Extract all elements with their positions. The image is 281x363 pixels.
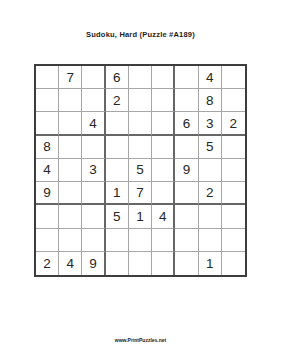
page-title: Sudoku, Hard (Puzzle #A189) bbox=[0, 30, 281, 39]
cell-r5c8 bbox=[199, 159, 222, 182]
cell-r2c3 bbox=[82, 89, 105, 112]
cell-r3c7: 6 bbox=[175, 112, 198, 135]
cell-r5c1: 4 bbox=[36, 159, 59, 182]
cell-r9c8: 1 bbox=[199, 252, 222, 275]
cell-r2c7 bbox=[175, 89, 198, 112]
cell-r8c9 bbox=[222, 229, 245, 252]
cell-r6c6 bbox=[152, 182, 175, 205]
cell-r6c7 bbox=[175, 182, 198, 205]
cell-r8c5 bbox=[129, 229, 152, 252]
cell-r4c9 bbox=[222, 136, 245, 159]
cell-r5c5: 5 bbox=[129, 159, 152, 182]
cell-r2c8: 8 bbox=[199, 89, 222, 112]
cell-r1c8: 4 bbox=[199, 66, 222, 89]
cell-r7c1 bbox=[36, 205, 59, 228]
cell-r4c8: 5 bbox=[199, 136, 222, 159]
cell-r3c6 bbox=[152, 112, 175, 135]
cell-r3c9: 2 bbox=[222, 112, 245, 135]
footer-site-text: www.PrintPuzzles.net bbox=[0, 337, 281, 343]
cell-r9c9 bbox=[222, 252, 245, 275]
cell-r7c3 bbox=[82, 205, 105, 228]
cell-r8c4 bbox=[106, 229, 129, 252]
cell-r4c5 bbox=[129, 136, 152, 159]
cell-r6c5: 7 bbox=[129, 182, 152, 205]
cell-r7c8 bbox=[199, 205, 222, 228]
cell-r1c3 bbox=[82, 66, 105, 89]
cell-r9c3: 9 bbox=[82, 252, 105, 275]
cell-r1c9 bbox=[222, 66, 245, 89]
cell-r6c9 bbox=[222, 182, 245, 205]
cell-r5c6 bbox=[152, 159, 175, 182]
cell-r9c2: 4 bbox=[59, 252, 82, 275]
cell-r2c4: 2 bbox=[106, 89, 129, 112]
cell-r6c8: 2 bbox=[199, 182, 222, 205]
cell-r5c9 bbox=[222, 159, 245, 182]
cell-r8c3 bbox=[82, 229, 105, 252]
cell-r6c4: 1 bbox=[106, 182, 129, 205]
cell-r9c4 bbox=[106, 252, 129, 275]
cell-r9c6 bbox=[152, 252, 175, 275]
cell-r3c3: 4 bbox=[82, 112, 105, 135]
cell-r5c2 bbox=[59, 159, 82, 182]
cell-r1c4: 6 bbox=[106, 66, 129, 89]
cell-r9c1: 2 bbox=[36, 252, 59, 275]
cell-r1c5 bbox=[129, 66, 152, 89]
cell-r2c6 bbox=[152, 89, 175, 112]
cell-r8c7 bbox=[175, 229, 198, 252]
cell-r6c2 bbox=[59, 182, 82, 205]
cell-r8c1 bbox=[36, 229, 59, 252]
cell-r4c3 bbox=[82, 136, 105, 159]
cell-r7c9 bbox=[222, 205, 245, 228]
sudoku-grid: 76428463285435991725142491 bbox=[34, 64, 247, 277]
cell-r2c5 bbox=[129, 89, 152, 112]
cell-r3c2 bbox=[59, 112, 82, 135]
cell-r1c2: 7 bbox=[59, 66, 82, 89]
cell-r4c6 bbox=[152, 136, 175, 159]
cell-r4c2 bbox=[59, 136, 82, 159]
cell-r4c7 bbox=[175, 136, 198, 159]
cell-r1c1 bbox=[36, 66, 59, 89]
cell-r8c2 bbox=[59, 229, 82, 252]
cell-r1c7 bbox=[175, 66, 198, 89]
sudoku-page: Sudoku, Hard (Puzzle #A189) 764284632854… bbox=[0, 0, 281, 363]
cell-r9c7 bbox=[175, 252, 198, 275]
cell-r4c1: 8 bbox=[36, 136, 59, 159]
cell-r7c4: 5 bbox=[106, 205, 129, 228]
cell-r2c1 bbox=[36, 89, 59, 112]
cell-r3c8: 3 bbox=[199, 112, 222, 135]
cell-r5c3: 3 bbox=[82, 159, 105, 182]
cell-r5c4 bbox=[106, 159, 129, 182]
cell-r3c1 bbox=[36, 112, 59, 135]
cell-r8c8 bbox=[199, 229, 222, 252]
cell-r8c6 bbox=[152, 229, 175, 252]
cell-r5c7: 9 bbox=[175, 159, 198, 182]
cell-r3c4 bbox=[106, 112, 129, 135]
cell-r6c3 bbox=[82, 182, 105, 205]
cell-r7c5: 1 bbox=[129, 205, 152, 228]
cell-r9c5 bbox=[129, 252, 152, 275]
cell-r7c2 bbox=[59, 205, 82, 228]
cell-r2c9 bbox=[222, 89, 245, 112]
cell-r3c5 bbox=[129, 112, 152, 135]
cell-r2c2 bbox=[59, 89, 82, 112]
cell-r4c4 bbox=[106, 136, 129, 159]
cell-r7c7 bbox=[175, 205, 198, 228]
cell-r6c1: 9 bbox=[36, 182, 59, 205]
cell-r7c6: 4 bbox=[152, 205, 175, 228]
cell-r1c6 bbox=[152, 66, 175, 89]
